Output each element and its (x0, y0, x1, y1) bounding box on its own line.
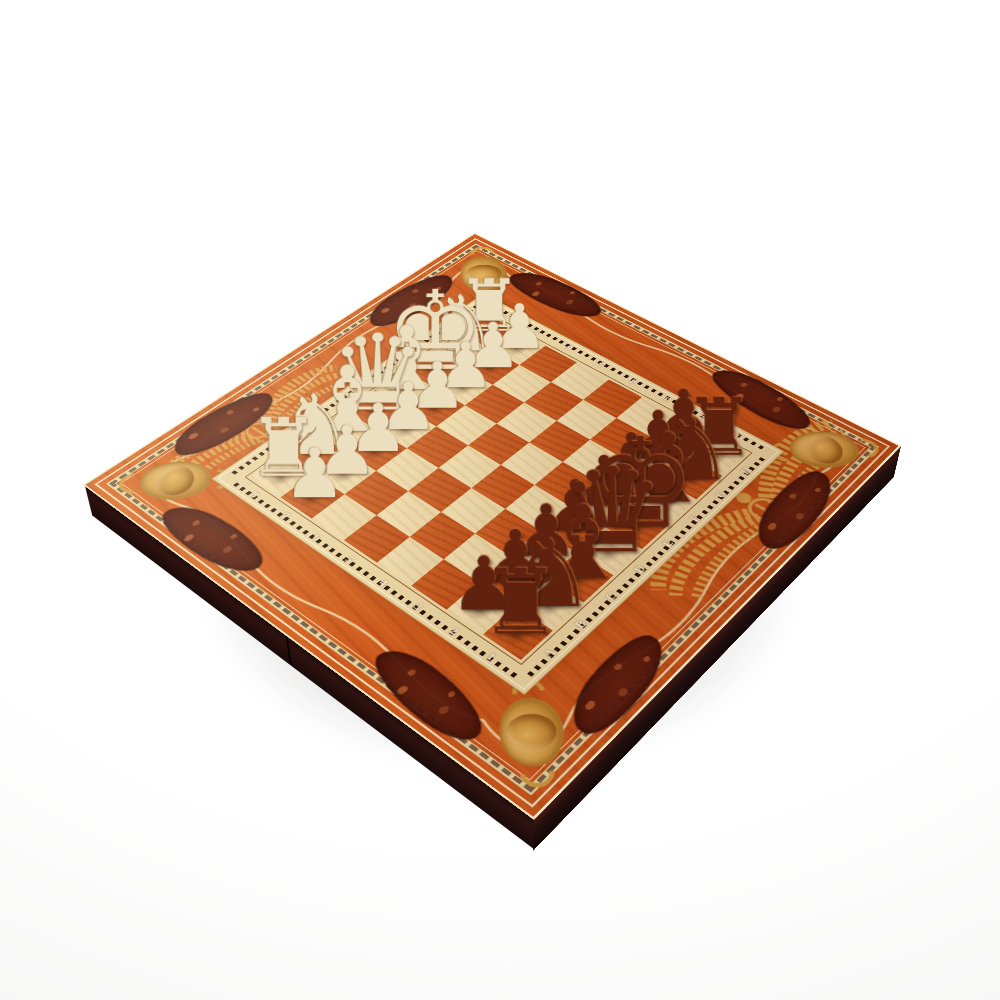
file-label-A: A (538, 645, 560, 663)
cameo-face (802, 435, 847, 465)
folding-chess-box: 8765432187654321ABCDEFGH ♜♞♝♛♝♚♞♜♟♟♟♟♟♟♟… (83, 233, 901, 820)
rank-label-left-6: 6 (307, 530, 328, 545)
cameo-medallion (137, 460, 214, 501)
medallion-scroll-right (506, 674, 552, 711)
studio-backdrop: 8765432187654321ABCDEFGH ♜♞♝♛♝♚♞♜♟♟♟♟♟♟♟… (0, 0, 1000, 1000)
rank-label-left-1: 1 (480, 648, 503, 666)
white-pawn-glyph: ♟ (233, 439, 397, 508)
medallion-scroll-left (513, 753, 561, 794)
cameo-face (505, 713, 559, 751)
rank-label-left-7: 7 (275, 508, 296, 523)
medallion-scroll-left (113, 470, 154, 498)
cameo-face (465, 264, 503, 284)
rank-label-left-5: 5 (339, 552, 360, 568)
burl-ornament (557, 627, 679, 744)
dark-rook-glyph: ♜ (431, 558, 611, 648)
cameo-face (155, 465, 196, 496)
rank-label-left-4: 4 (373, 575, 395, 591)
scene: 8765432187654321ABCDEFGH ♜♞♝♛♝♚♞♜♟♟♟♟♟♟♟… (0, 0, 1000, 1000)
cameo-medallion (496, 696, 568, 769)
burl-ornament (361, 640, 498, 752)
